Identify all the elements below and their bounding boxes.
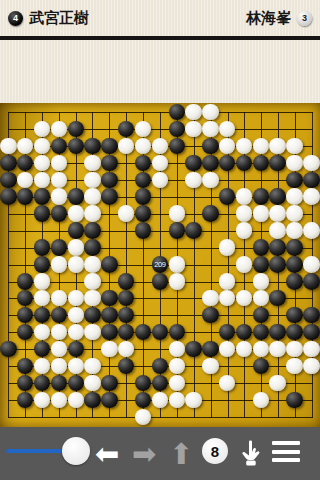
stones-grid: 209 (0, 104, 320, 427)
black-stone (253, 239, 269, 255)
black-stone (68, 121, 84, 137)
white-stone (17, 172, 33, 188)
white-stone (118, 138, 134, 154)
black-stone (152, 358, 168, 374)
black-stone (286, 273, 302, 289)
black-stone (152, 273, 168, 289)
white-stone (169, 205, 185, 221)
black-stone (101, 324, 117, 340)
black-stone (118, 307, 134, 323)
black-stone (17, 392, 33, 408)
black-stone (135, 222, 151, 238)
white-stone (303, 222, 319, 238)
white-stone (303, 155, 319, 171)
black-stone (101, 290, 117, 306)
white-stone (51, 324, 67, 340)
menu-button[interactable] (272, 441, 300, 462)
black-stone (286, 307, 302, 323)
white-stone (34, 273, 50, 289)
white-stone (286, 188, 302, 204)
black-stone (169, 138, 185, 154)
move-number-label: 209 (152, 256, 168, 272)
white-stone (84, 205, 100, 221)
white-stone (0, 138, 16, 154)
white-stone (152, 138, 168, 154)
white-stone (51, 358, 67, 374)
black-stone (101, 375, 117, 391)
white-stone (51, 172, 67, 188)
up-arrow-button[interactable]: ⬆ (169, 439, 193, 468)
black-stone (0, 155, 16, 171)
white-player-group: 林海峯 3 (246, 9, 312, 28)
white-stone (101, 341, 117, 357)
white-stone (68, 256, 84, 272)
black-stone (84, 222, 100, 238)
move-count-button[interactable]: 8 (202, 438, 228, 464)
white-stone (51, 155, 67, 171)
white-stone (17, 138, 33, 154)
white-stone (34, 358, 50, 374)
white-stone (51, 392, 67, 408)
white-stone (286, 138, 302, 154)
black-stone (253, 155, 269, 171)
white-stone (219, 273, 235, 289)
black-stone (34, 239, 50, 255)
white-stone (135, 138, 151, 154)
white-stone (253, 273, 269, 289)
white-stone (202, 104, 218, 120)
black-stone (17, 307, 33, 323)
white-stone (169, 273, 185, 289)
black-stone (118, 273, 134, 289)
white-stone (84, 172, 100, 188)
black-stone (34, 341, 50, 357)
white-stone (169, 341, 185, 357)
black-stone (169, 324, 185, 340)
white-stone (68, 239, 84, 255)
white-stone (135, 121, 151, 137)
white-stone (269, 341, 285, 357)
black-stone (51, 239, 67, 255)
white-stone (68, 324, 84, 340)
toolbar: ⬅ ➡ ⬆ 8 (0, 427, 320, 480)
black-stone (303, 273, 319, 289)
white-stone (253, 290, 269, 306)
black-stone (34, 307, 50, 323)
white-stone (253, 392, 269, 408)
white-stone (236, 290, 252, 306)
black-stone (253, 188, 269, 204)
white-stone (34, 121, 50, 137)
white-stone (236, 205, 252, 221)
white-stone (303, 358, 319, 374)
white-stone (169, 392, 185, 408)
black-stone (135, 188, 151, 204)
black-stone (51, 375, 67, 391)
black-stone (68, 375, 84, 391)
black-stone (202, 205, 218, 221)
white-stone (152, 172, 168, 188)
white-stone (236, 341, 252, 357)
black-stone (202, 307, 218, 323)
black-stone (185, 341, 201, 357)
header-divider (0, 36, 320, 40)
white-stone (68, 307, 84, 323)
white-stone (84, 358, 100, 374)
black-stone (135, 205, 151, 221)
white-stone (202, 290, 218, 306)
white-stone (269, 138, 285, 154)
black-stone (84, 307, 100, 323)
white-stone (269, 205, 285, 221)
black-stone (185, 222, 201, 238)
black-stone (17, 375, 33, 391)
white-stone (236, 138, 252, 154)
white-stone (152, 392, 168, 408)
black-stone (152, 324, 168, 340)
black-stone (101, 172, 117, 188)
black-stone (202, 138, 218, 154)
white-stone (51, 256, 67, 272)
move-slider-thumb[interactable] (62, 437, 90, 465)
black-stone (253, 358, 269, 374)
white-stone (236, 222, 252, 238)
white-stone (219, 375, 235, 391)
white-stone (84, 290, 100, 306)
white-stone (84, 375, 100, 391)
white-stone (84, 256, 100, 272)
black-stone (101, 138, 117, 154)
white-stone (84, 273, 100, 289)
white-stone (219, 290, 235, 306)
black-stone (236, 155, 252, 171)
black-stone (34, 256, 50, 272)
black-stone (17, 188, 33, 204)
white-player-name: 林海峯 (246, 9, 291, 28)
white-stone (219, 341, 235, 357)
black-stone (286, 392, 302, 408)
white-stone (236, 256, 252, 272)
black-stone (118, 358, 134, 374)
black-stone (185, 155, 201, 171)
white-stone (169, 256, 185, 272)
white-stone (84, 155, 100, 171)
white-stone (303, 188, 319, 204)
black-stone (17, 358, 33, 374)
black-stone (0, 341, 16, 357)
black-stone (101, 188, 117, 204)
white-stone (185, 104, 201, 120)
header: 4 武宮正樹 林海峯 3 (0, 0, 320, 36)
white-stone (253, 205, 269, 221)
white-stone (303, 256, 319, 272)
black-stone (135, 155, 151, 171)
black-stone (68, 222, 84, 238)
white-captures-badge: 3 (297, 11, 312, 26)
black-stone (303, 307, 319, 323)
black-stone (269, 155, 285, 171)
white-stone (84, 324, 100, 340)
black-stone (17, 273, 33, 289)
white-stone (185, 121, 201, 137)
white-stone (219, 239, 235, 255)
white-stone (286, 205, 302, 221)
black-stone (51, 307, 67, 323)
black-stone (219, 155, 235, 171)
black-stone (17, 155, 33, 171)
black-stone (101, 155, 117, 171)
white-stone (236, 188, 252, 204)
white-stone (68, 205, 84, 221)
white-stone (34, 155, 50, 171)
white-stone (169, 358, 185, 374)
white-stone (269, 222, 285, 238)
white-stone (51, 188, 67, 204)
black-stone (269, 324, 285, 340)
white-stone (51, 341, 67, 357)
white-stone (68, 392, 84, 408)
white-stone (286, 358, 302, 374)
black-stone (169, 121, 185, 137)
white-stone (34, 324, 50, 340)
black-stone (101, 392, 117, 408)
black-stone (34, 188, 50, 204)
white-stone (185, 172, 201, 188)
hand-pointer-icon[interactable] (238, 439, 264, 467)
black-stone (118, 290, 134, 306)
black-player-name: 武宮正樹 (29, 9, 89, 28)
white-stone (202, 121, 218, 137)
black-stone (202, 341, 218, 357)
black-stone (84, 392, 100, 408)
black-stone: 209 (152, 256, 168, 272)
black-player-group: 4 武宮正樹 (8, 9, 89, 28)
black-stone (269, 256, 285, 272)
black-stone (68, 188, 84, 204)
black-stone (303, 172, 319, 188)
black-stone (303, 324, 319, 340)
white-stone (135, 409, 151, 425)
black-stone (219, 324, 235, 340)
black-stone (118, 121, 134, 137)
black-stone (219, 188, 235, 204)
forward-arrow-button[interactable]: ➡ (132, 439, 156, 468)
black-stone (68, 138, 84, 154)
black-stone (169, 222, 185, 238)
black-stone (236, 324, 252, 340)
black-stone (135, 172, 151, 188)
white-stone (169, 375, 185, 391)
white-stone (286, 155, 302, 171)
white-stone (219, 121, 235, 137)
white-stone (51, 121, 67, 137)
black-stone (34, 205, 50, 221)
black-stone (84, 239, 100, 255)
black-stone (286, 324, 302, 340)
black-stone (51, 205, 67, 221)
white-stone (118, 205, 134, 221)
black-stone (84, 138, 100, 154)
black-stone (286, 239, 302, 255)
black-stone (0, 172, 16, 188)
white-stone (34, 172, 50, 188)
menu-bar (272, 458, 300, 462)
white-stone (269, 375, 285, 391)
white-stone (34, 392, 50, 408)
black-stone (17, 324, 33, 340)
white-stone (253, 341, 269, 357)
white-stone (303, 341, 319, 357)
white-stone (185, 392, 201, 408)
black-stone (253, 307, 269, 323)
white-stone (34, 138, 50, 154)
black-stone (101, 256, 117, 272)
black-stone (253, 256, 269, 272)
black-stone (135, 392, 151, 408)
black-stone (34, 375, 50, 391)
white-stone (34, 290, 50, 306)
move-slider-track[interactable] (6, 449, 64, 453)
white-stone (84, 188, 100, 204)
black-stone (118, 324, 134, 340)
black-stone (101, 307, 117, 323)
black-stone (286, 256, 302, 272)
menu-bar (272, 441, 300, 445)
white-stone (68, 290, 84, 306)
white-stone (68, 358, 84, 374)
black-stone (269, 290, 285, 306)
white-stone (286, 341, 302, 357)
white-stone (202, 358, 218, 374)
black-stone (17, 290, 33, 306)
white-stone (219, 138, 235, 154)
black-stone (152, 375, 168, 391)
back-arrow-button[interactable]: ⬅ (95, 439, 119, 468)
black-stone (51, 138, 67, 154)
white-stone (202, 172, 218, 188)
white-stone (51, 290, 67, 306)
white-stone (118, 341, 134, 357)
menu-bar (272, 450, 300, 454)
black-captures-badge: 4 (8, 11, 23, 26)
white-stone (286, 222, 302, 238)
black-stone (0, 188, 16, 204)
white-stone (152, 155, 168, 171)
black-stone (135, 375, 151, 391)
white-stone (253, 138, 269, 154)
black-stone (169, 104, 185, 120)
black-stone (68, 341, 84, 357)
go-board[interactable]: 209 (0, 103, 320, 427)
black-stone (269, 239, 285, 255)
black-stone (286, 172, 302, 188)
black-stone (202, 155, 218, 171)
black-stone (253, 324, 269, 340)
black-stone (135, 324, 151, 340)
black-stone (269, 188, 285, 204)
